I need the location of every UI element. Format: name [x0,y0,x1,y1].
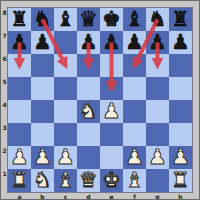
white-pawn[interactable]: ♟ [33,146,52,169]
square-e1[interactable]: ♚ [100,169,123,192]
file-label-b: b [31,193,54,200]
white-pawn[interactable]: ♟ [56,146,75,169]
square-f4[interactable] [123,100,146,123]
square-h8[interactable]: ♜ [169,8,192,31]
black-queen[interactable]: ♛ [79,8,98,31]
file-label-a: a [8,193,31,200]
square-d3[interactable] [77,123,100,146]
chess-board[interactable]: ♜♞♝♛♚♝♞♜♟♟♟♟♟♟♟♞♟♟♟♟♟♟♟♜♞♝♛♚♝♜ [8,8,192,192]
square-g7[interactable]: ♟ [146,31,169,54]
square-b3[interactable] [31,123,54,146]
square-g5[interactable] [146,77,169,100]
square-d8[interactable]: ♛ [77,8,100,31]
square-h4[interactable] [169,100,192,123]
square-d1[interactable]: ♛ [77,169,100,192]
square-f7[interactable]: ♟ [123,31,146,54]
square-e5[interactable] [100,77,123,100]
white-pawn[interactable]: ♟ [125,146,144,169]
square-b8[interactable]: ♞ [31,8,54,31]
black-rook[interactable]: ♜ [10,8,29,31]
rank-label-7: 7 [1,31,8,54]
square-h1[interactable]: ♜ [169,169,192,192]
black-pawn[interactable]: ♟ [171,31,190,54]
square-c6[interactable] [54,54,77,77]
chess-board-frame: 87654321 abcdefgh ♜♞♝♛♚♝♞♜♟♟♟♟♟♟♟♞♟♟♟♟♟♟… [0,0,200,200]
square-f2[interactable]: ♟ [123,146,146,169]
square-h5[interactable] [169,77,192,100]
square-a6[interactable] [8,54,31,77]
square-g1[interactable] [146,169,169,192]
white-rook[interactable]: ♜ [171,169,190,192]
square-e3[interactable] [100,123,123,146]
square-d4[interactable]: ♞ [77,100,100,123]
black-pawn[interactable]: ♟ [125,31,144,54]
square-g6[interactable] [146,54,169,77]
square-c7[interactable] [54,31,77,54]
black-knight[interactable]: ♞ [148,8,167,31]
square-h6[interactable] [169,54,192,77]
square-d5[interactable] [77,77,100,100]
black-king[interactable]: ♚ [102,8,121,31]
square-b2[interactable]: ♟ [31,146,54,169]
square-e6[interactable] [100,54,123,77]
white-rook[interactable]: ♜ [10,169,29,192]
file-label-f: f [123,193,146,200]
white-pawn[interactable]: ♟ [171,146,190,169]
square-a7[interactable]: ♟ [8,31,31,54]
white-bishop[interactable]: ♝ [56,169,75,192]
square-d2[interactable] [77,146,100,169]
rank-label-4: 4 [1,100,8,123]
white-pawn[interactable]: ♟ [10,146,29,169]
square-a1[interactable]: ♜ [8,169,31,192]
black-bishop[interactable]: ♝ [56,8,75,31]
square-b5[interactable] [31,77,54,100]
square-d7[interactable]: ♟ [77,31,100,54]
square-e8[interactable]: ♚ [100,8,123,31]
black-pawn[interactable]: ♟ [102,31,121,54]
black-pawn[interactable]: ♟ [148,31,167,54]
white-knight[interactable]: ♞ [79,100,98,123]
rank-labels: 87654321 [1,8,8,192]
square-f8[interactable]: ♝ [123,8,146,31]
rank-label-8: 8 [1,8,8,31]
square-a3[interactable] [8,123,31,146]
square-a8[interactable]: ♜ [8,8,31,31]
rank-label-6: 6 [1,54,8,77]
square-d6[interactable] [77,54,100,77]
file-label-c: c [54,193,77,200]
square-a4[interactable] [8,100,31,123]
square-g3[interactable] [146,123,169,146]
black-knight[interactable]: ♞ [33,8,52,31]
square-c1[interactable]: ♝ [54,169,77,192]
square-a5[interactable] [8,77,31,100]
square-c5[interactable] [54,77,77,100]
square-c2[interactable]: ♟ [54,146,77,169]
file-label-g: g [146,193,169,200]
file-label-d: d [77,193,100,200]
square-f6[interactable] [123,54,146,77]
square-h2[interactable]: ♟ [169,146,192,169]
file-labels: abcdefgh [8,193,192,200]
square-a2[interactable]: ♟ [8,146,31,169]
square-f3[interactable] [123,123,146,146]
square-c4[interactable] [54,100,77,123]
white-knight[interactable]: ♞ [33,169,52,192]
black-pawn[interactable]: ♟ [79,31,98,54]
white-pawn[interactable]: ♟ [148,146,167,169]
square-h3[interactable] [169,123,192,146]
black-bishop[interactable]: ♝ [125,8,144,31]
square-f1[interactable]: ♝ [123,169,146,192]
white-king[interactable]: ♚ [102,169,121,192]
rank-label-2: 2 [1,146,8,169]
rank-label-3: 3 [1,123,8,146]
square-b1[interactable]: ♞ [31,169,54,192]
square-g2[interactable]: ♟ [146,146,169,169]
square-h7[interactable]: ♟ [169,31,192,54]
rank-label-1: 1 [1,169,8,192]
white-bishop[interactable]: ♝ [125,169,144,192]
square-f5[interactable] [123,77,146,100]
file-label-h: h [169,193,192,200]
square-e7[interactable]: ♟ [100,31,123,54]
square-c8[interactable]: ♝ [54,8,77,31]
white-queen[interactable]: ♛ [79,169,98,192]
square-e2[interactable] [100,146,123,169]
square-g8[interactable]: ♞ [146,8,169,31]
square-b4[interactable] [31,100,54,123]
file-label-e: e [100,193,123,200]
black-pawn[interactable]: ♟ [33,31,52,54]
square-e4[interactable]: ♟ [100,100,123,123]
black-rook[interactable]: ♜ [171,8,190,31]
square-b7[interactable]: ♟ [31,31,54,54]
black-pawn[interactable]: ♟ [10,31,29,54]
square-c3[interactable] [54,123,77,146]
rank-label-5: 5 [1,77,8,100]
square-g4[interactable] [146,100,169,123]
square-b6[interactable] [31,54,54,77]
white-pawn[interactable]: ♟ [102,100,121,123]
